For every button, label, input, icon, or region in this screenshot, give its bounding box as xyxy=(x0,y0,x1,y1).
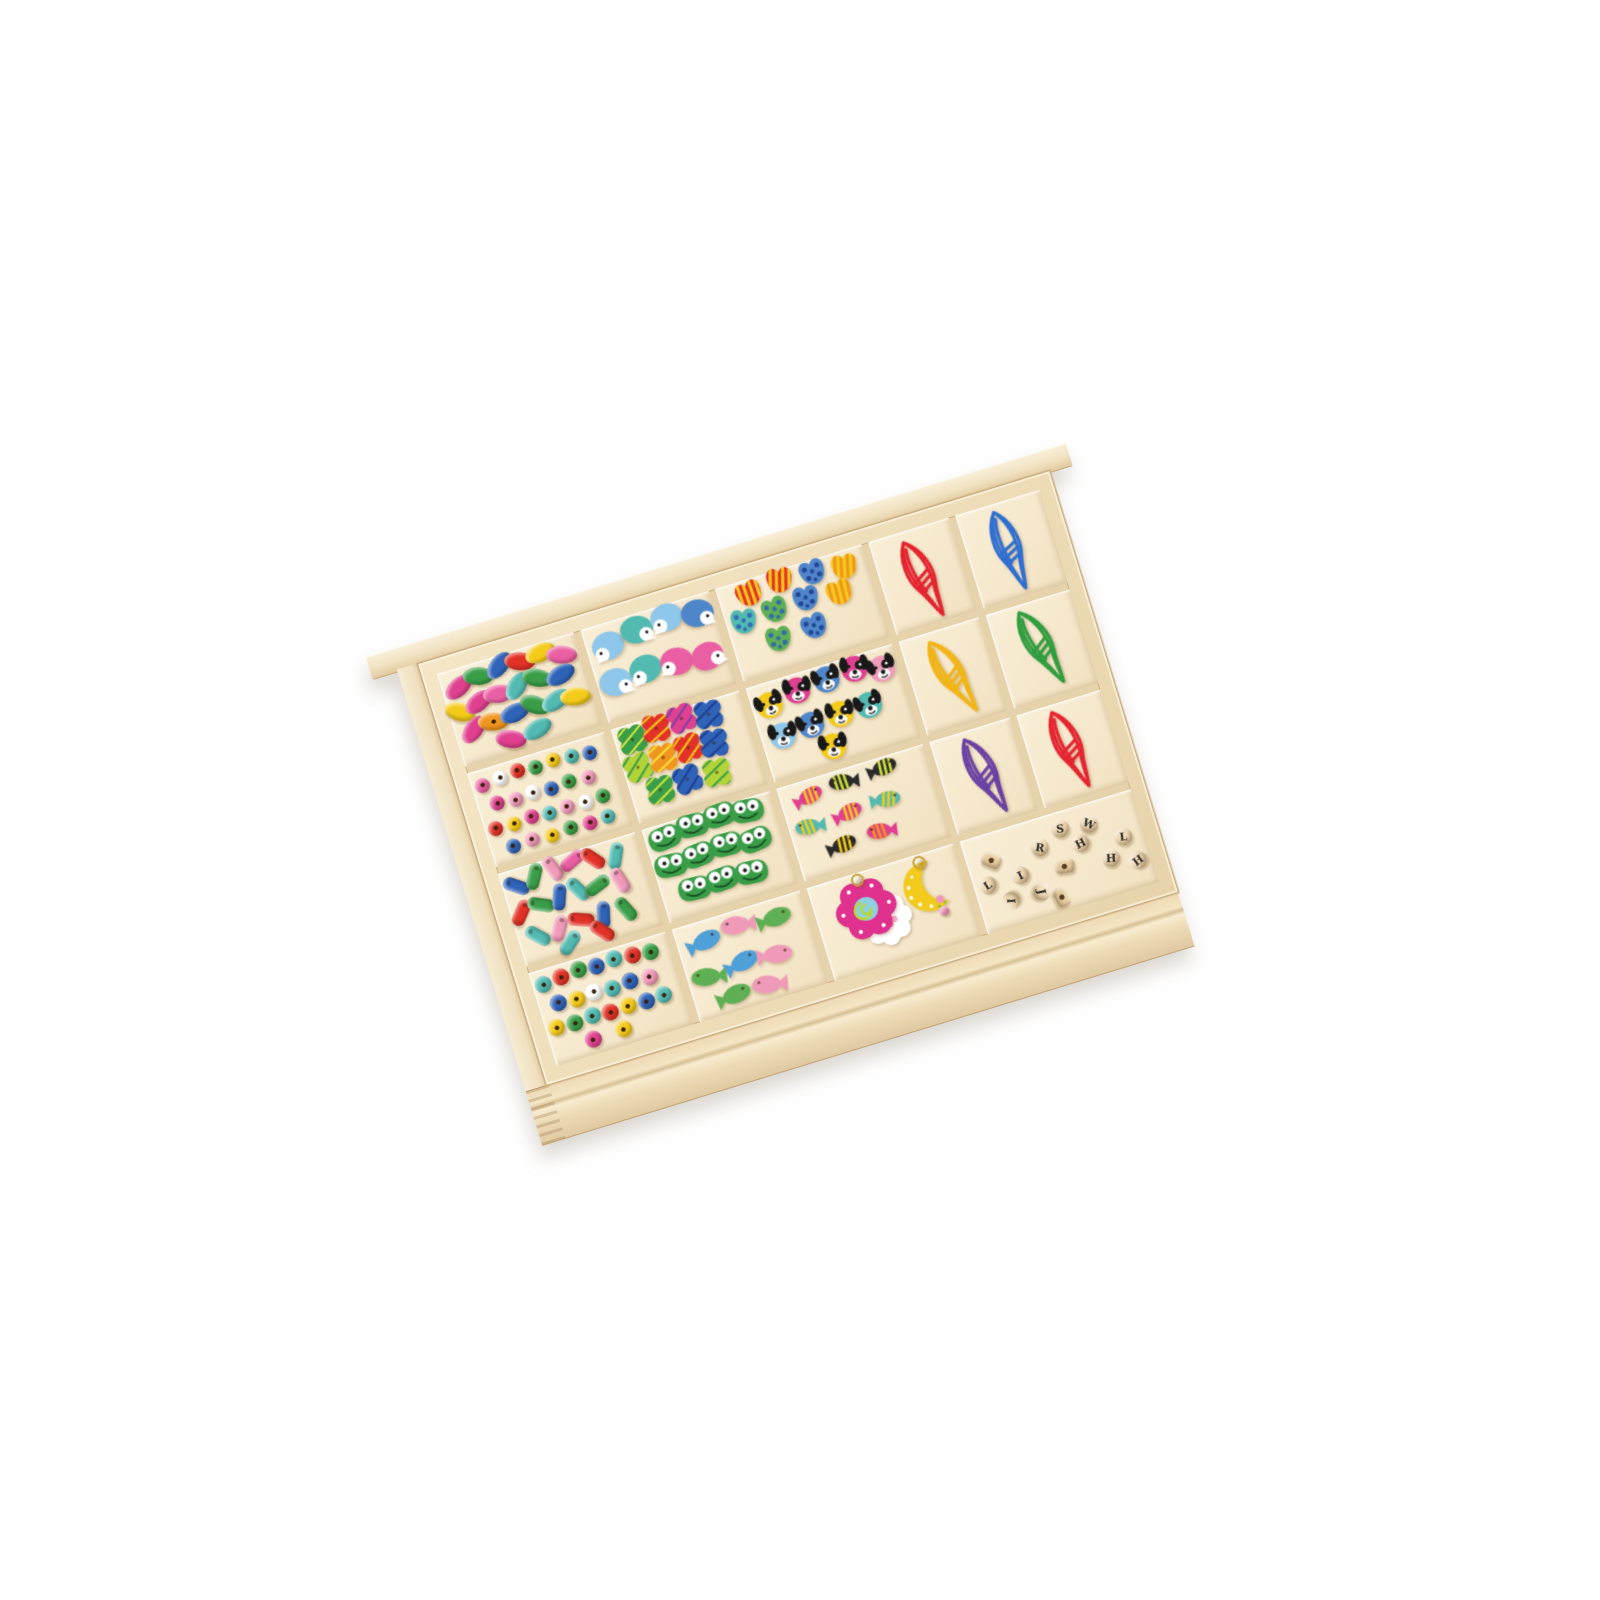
compartment-red-cord-2 xyxy=(1016,689,1128,808)
bead-roundl xyxy=(546,1017,567,1038)
tray-top: LIIJRSHWHLH xyxy=(418,471,1178,1085)
bead-rounds xyxy=(491,769,510,788)
bead-cyl xyxy=(552,884,566,912)
bead-roundl xyxy=(548,992,569,1013)
bead-cyl xyxy=(577,846,607,872)
bead-letter: I xyxy=(1002,891,1021,910)
bead-rounds xyxy=(561,818,580,837)
bead-dog xyxy=(813,727,853,764)
bead-fish xyxy=(752,901,796,936)
bead-rounds xyxy=(487,819,506,838)
bead-rounds xyxy=(580,743,599,762)
bead-roundl xyxy=(622,945,643,966)
bead-rounds xyxy=(505,814,524,833)
bead-roundl xyxy=(564,1012,585,1033)
bead-roundl xyxy=(640,941,661,962)
bead-rounds xyxy=(506,790,525,809)
bead-roundl xyxy=(639,966,660,987)
bead-rounds xyxy=(576,792,595,811)
bead-rounds xyxy=(504,837,523,856)
bead-roundl xyxy=(586,956,607,977)
bead-letter: H xyxy=(1101,849,1120,868)
bead-beefish xyxy=(789,780,826,813)
bead-letter: L xyxy=(976,873,1001,898)
bead-beefish xyxy=(868,787,903,812)
bead-beefish xyxy=(829,797,866,829)
bead-rounds xyxy=(543,826,562,845)
bead-rounds xyxy=(488,794,507,813)
bead-cord xyxy=(882,527,965,629)
bead-cyl xyxy=(607,842,624,871)
bead-clover xyxy=(698,755,734,791)
bead-beefish xyxy=(863,753,900,784)
bead-beefish xyxy=(793,815,828,839)
bead-letter: L xyxy=(1113,826,1133,846)
bead-beefish xyxy=(865,820,899,843)
bead-roundl xyxy=(583,1029,604,1050)
bead-fish xyxy=(750,972,790,997)
bead-letter: H xyxy=(1068,831,1092,855)
bead-bird xyxy=(676,595,717,631)
bead-beefish xyxy=(827,770,861,793)
bead-letter xyxy=(1054,857,1076,874)
bead-roundl xyxy=(550,967,571,988)
bead-bflyd xyxy=(796,607,834,644)
bead-letter: R xyxy=(1030,837,1050,857)
product-photo-stage: LIIJRSHWHLH xyxy=(0,0,1600,1600)
bead-cyl xyxy=(607,866,632,896)
bead-bflyd xyxy=(762,623,796,655)
bead-roundl xyxy=(568,959,589,980)
bead-cyl xyxy=(523,924,553,948)
bead-rounds xyxy=(508,761,527,780)
bead-cord xyxy=(972,499,1048,601)
bead-bflyd xyxy=(728,605,761,636)
bead-roundl xyxy=(602,978,623,999)
bead-rounds xyxy=(526,758,545,777)
bead-rounds xyxy=(558,797,577,816)
bead-rounds xyxy=(593,786,612,805)
bead-rounds xyxy=(562,747,581,766)
bead-roundl xyxy=(600,1001,621,1022)
bead-letter: H xyxy=(1125,847,1150,872)
bead-cord xyxy=(943,725,1028,827)
bead-cord xyxy=(998,596,1085,697)
bead-rounds xyxy=(598,807,617,826)
bead-letter: I xyxy=(1008,863,1032,887)
wooden-bead-box: LIIJRSHWHLH xyxy=(418,471,1178,1085)
bead-frog xyxy=(730,855,772,890)
bead-letter: S xyxy=(1051,819,1070,838)
bead-rounds xyxy=(473,776,492,795)
bead-roundl xyxy=(566,988,587,1009)
bead-cyl xyxy=(612,895,640,924)
bead-rounds xyxy=(542,779,561,798)
bead-letter xyxy=(1052,885,1074,910)
bead-beefish xyxy=(823,830,860,861)
bead-roundl xyxy=(618,995,639,1016)
compartment-blue-cord xyxy=(955,490,1067,609)
compartment-green-cord xyxy=(986,590,1098,709)
bead-roundl xyxy=(533,974,554,995)
bead-letter xyxy=(979,849,1003,871)
bead-oval xyxy=(542,659,578,690)
bead-roundl xyxy=(603,949,624,970)
bead-rounds xyxy=(522,807,541,826)
bead-oval xyxy=(546,645,577,664)
bead-roundl xyxy=(582,1005,603,1026)
bead-cord xyxy=(1030,698,1111,800)
bead-letter: J xyxy=(1032,881,1053,902)
bead-rounds xyxy=(523,830,542,849)
bead-rounds xyxy=(544,750,563,769)
bead-letter: W xyxy=(1077,812,1101,836)
bead-rounds xyxy=(540,803,559,822)
bead-roundl xyxy=(653,984,674,1005)
bead-roundl xyxy=(583,981,604,1002)
bead-cyl xyxy=(583,872,612,899)
bead-fish xyxy=(754,940,795,969)
bead-rounds xyxy=(559,772,578,791)
bead-cyl xyxy=(526,897,555,914)
bead-rounds xyxy=(579,768,598,787)
bead-cyl xyxy=(525,862,544,891)
bead-roundl xyxy=(636,991,657,1012)
bead-roundl xyxy=(613,1019,634,1040)
bead-rounds xyxy=(581,813,600,832)
bead-roundl xyxy=(619,970,640,991)
bead-cord xyxy=(909,626,998,727)
bead-rounds xyxy=(524,783,543,802)
